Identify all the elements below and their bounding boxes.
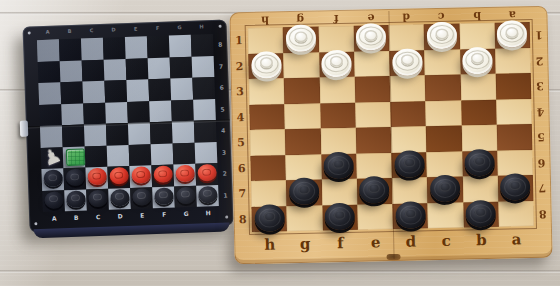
rank-label-4: 4: [231, 104, 250, 130]
square-D4: [106, 123, 129, 145]
rank-label-4: 4: [531, 98, 550, 124]
square-a2: [495, 48, 531, 74]
rank-label-1: 1: [220, 184, 231, 206]
rank-label-5: 5: [532, 124, 551, 150]
square-B4: [62, 125, 85, 147]
black-checker-E1[interactable]: [132, 188, 152, 206]
black-checker-A1[interactable]: [44, 191, 64, 209]
square-E6: [126, 79, 149, 101]
square-G4: [172, 121, 195, 143]
file-label-g: g: [283, 12, 319, 27]
square-d3: [390, 75, 426, 101]
file-label-h: h: [247, 12, 283, 27]
file-label-d: d: [393, 232, 429, 257]
square-A7: [38, 61, 61, 83]
file-label-f: f: [323, 234, 359, 259]
rank-label-7: 7: [233, 181, 252, 207]
square-b3: [460, 74, 496, 100]
square-E4: [128, 122, 151, 144]
file-label-D: D: [103, 26, 125, 37]
square-D7: [104, 59, 127, 81]
frame-screw: [28, 31, 31, 34]
green-marker-B3[interactable]: [65, 148, 85, 166]
file-label-F: F: [153, 210, 175, 223]
black-checker-C1[interactable]: [88, 190, 108, 208]
square-C5: [83, 102, 106, 124]
black-man-h8[interactable]: [254, 204, 285, 232]
black-checker-F1[interactable]: [154, 187, 174, 205]
square-H8: [191, 34, 214, 56]
file-label-g: g: [287, 234, 323, 259]
square-F3: [151, 143, 174, 165]
square-e4: [355, 102, 391, 128]
file-label-a: a: [499, 230, 535, 255]
square-h7: [251, 180, 287, 206]
rank-label-8: 8: [215, 34, 226, 56]
square-c6: [427, 151, 463, 177]
square-f3: [319, 77, 355, 103]
square-f1: [318, 26, 354, 52]
square-a5: [497, 124, 533, 150]
square-b1: [459, 23, 495, 49]
wooden-checkers-board: 12345678 12345678 hgfedcba hgfedcba: [229, 6, 552, 265]
clasp-tab: [20, 120, 29, 136]
square-g4: [285, 103, 321, 129]
file-label-e: e: [358, 233, 394, 258]
square-C3: [85, 145, 108, 167]
square-c2: [424, 49, 460, 75]
square-E8: [125, 36, 148, 58]
file-label-G: G: [168, 24, 190, 35]
file-label-A: A: [37, 28, 59, 39]
file-label-e: e: [353, 10, 389, 25]
square-c8: [428, 202, 464, 228]
square-b4: [461, 99, 497, 125]
file-label-c: c: [424, 9, 460, 24]
file-label-b: b: [464, 231, 500, 256]
rank-label-6: 6: [532, 149, 551, 175]
black-checker-G1[interactable]: [176, 186, 196, 204]
file-label-B: B: [65, 213, 87, 226]
rank-label-6: 6: [216, 77, 227, 99]
square-g8: [287, 205, 323, 231]
square-A8: [37, 39, 60, 61]
square-a4: [496, 99, 532, 125]
square-c3: [425, 75, 461, 101]
white-man-d2[interactable]: [392, 48, 423, 76]
square-B6: [60, 82, 83, 104]
rank-label-5: 5: [232, 130, 251, 156]
black-checker-D1[interactable]: [110, 189, 130, 207]
rank-label-3: 3: [531, 73, 550, 99]
square-C8: [81, 38, 104, 60]
square-G6: [170, 78, 193, 100]
square-F6: [148, 78, 171, 100]
square-d5: [391, 126, 427, 152]
square-h3: [249, 78, 285, 104]
square-d1: [389, 24, 425, 50]
square-e6: [356, 152, 392, 178]
square-F8: [147, 36, 170, 58]
square-C4: [84, 124, 107, 146]
file-label-h: h: [252, 235, 288, 260]
file-label-E: E: [131, 211, 153, 224]
square-C7: [82, 59, 105, 81]
rank-label-7: 7: [533, 175, 552, 201]
square-f5: [320, 128, 356, 154]
floor-plank-seam: [0, 270, 560, 273]
square-H6: [192, 77, 215, 99]
rank-label-2: 2: [230, 53, 249, 79]
black-man-d8[interactable]: [395, 201, 426, 229]
square-F4: [150, 121, 173, 143]
square-G3: [173, 142, 196, 164]
file-label-F: F: [146, 25, 168, 36]
rank-label-5: 5: [217, 98, 228, 120]
file-label-C: C: [87, 213, 109, 226]
square-h4: [249, 104, 285, 130]
file-label-G: G: [175, 210, 197, 223]
square-h5: [250, 129, 286, 155]
rank-label-1: 1: [530, 22, 549, 48]
square-F5: [149, 100, 172, 122]
square-A6: [38, 82, 61, 104]
square-G8: [169, 35, 192, 57]
square-D3: [107, 144, 130, 166]
rank-label-8: 8: [533, 200, 552, 226]
rank-label-2: 2: [219, 162, 230, 184]
rank-label-6: 6: [232, 155, 251, 181]
square-h6: [250, 155, 286, 181]
square-E5: [127, 101, 150, 123]
square-H4: [194, 120, 217, 142]
rank-label-4: 4: [218, 120, 229, 142]
square-H5: [193, 98, 216, 120]
file-label-D: D: [109, 212, 131, 225]
file-label-H: H: [190, 23, 212, 34]
file-label-E: E: [125, 25, 147, 36]
rank-label-2: 2: [530, 47, 549, 73]
rank-label-7: 7: [216, 55, 227, 77]
square-B7: [60, 60, 83, 82]
square-d4: [390, 101, 426, 127]
file-label-d: d: [388, 9, 424, 24]
square-F7: [148, 57, 171, 79]
square-C6: [82, 81, 105, 103]
square-d7: [392, 177, 428, 203]
square-B5: [61, 103, 84, 125]
square-H3: [195, 141, 218, 163]
file-label-B: B: [59, 28, 81, 39]
square-D6: [104, 80, 127, 102]
square-A5: [39, 104, 62, 126]
file-label-A: A: [43, 214, 65, 227]
square-c4: [426, 100, 462, 126]
square-E3: [129, 144, 152, 166]
rank-label-3: 3: [219, 141, 230, 163]
file-label-f: f: [318, 11, 354, 26]
square-g6: [286, 154, 322, 180]
square-a6: [497, 150, 533, 176]
file-labels-bottom: ABCDEFGH: [43, 209, 219, 227]
rank-label-1: 1: [230, 28, 249, 54]
magnetic-travel-board: ABCDEFGH ♟ ABCDEFGH 87654321: [22, 20, 233, 233]
white-man-h2[interactable]: [251, 51, 282, 79]
square-b5: [461, 125, 497, 151]
square-f4: [320, 102, 356, 128]
square-D8: [103, 37, 126, 59]
square-b7: [462, 176, 498, 202]
file-label-a: a: [494, 7, 530, 22]
square-e2: [354, 51, 390, 77]
square-e5: [356, 127, 392, 153]
square-e3: [355, 76, 391, 102]
square-h1: [248, 27, 284, 53]
square-a3: [495, 73, 531, 99]
square-D5: [105, 102, 128, 124]
square-G5: [171, 99, 194, 121]
square-G7: [170, 56, 193, 78]
square-g3: [284, 77, 320, 103]
square-H7: [192, 55, 215, 77]
square-f7: [321, 179, 357, 205]
frame-screw: [34, 222, 37, 225]
frame-screw: [225, 216, 228, 219]
file-label-b: b: [459, 8, 495, 23]
file-label-c: c: [428, 232, 464, 257]
rank-label-8: 8: [233, 206, 252, 232]
square-c5: [426, 126, 462, 152]
square-g2: [284, 52, 320, 78]
square-g5: [285, 128, 321, 154]
black-man-d6[interactable]: [394, 150, 425, 178]
rank-label-3: 3: [231, 79, 250, 105]
black-checker-H1[interactable]: [198, 186, 218, 204]
black-checker-B1[interactable]: [66, 190, 86, 208]
square-E7: [126, 58, 149, 80]
square-a8: [498, 201, 534, 227]
file-label-H: H: [197, 209, 219, 222]
frame-screw: [219, 25, 222, 28]
square-e8: [357, 203, 393, 229]
square-B8: [59, 39, 82, 61]
file-label-C: C: [81, 27, 103, 38]
